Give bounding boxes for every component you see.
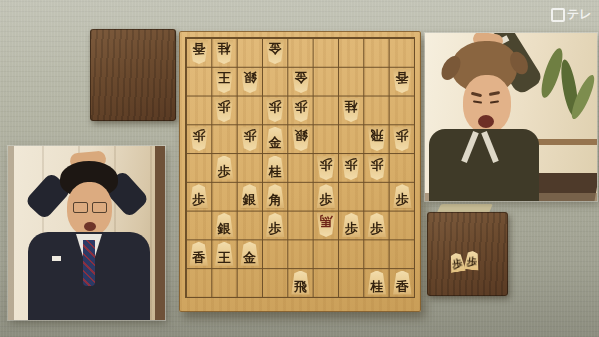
- piece-角-66-sente: 角: [265, 184, 285, 208]
- board-grid: 香桂金王銀金香歩歩歩桂歩歩金銀飛歩歩桂歩歩歩歩銀角歩歩銀歩馬歩歩香王金飛桂香: [185, 37, 415, 298]
- piece-桂-65-sente: 桂: [265, 156, 285, 180]
- tv-logo-icon: [551, 8, 565, 22]
- piece-飛-59-sente: 飛: [291, 271, 311, 295]
- piece-桂-29-sente: 桂: [367, 271, 387, 295]
- piece-香-91-gote: 香: [189, 40, 209, 64]
- piece-歩-67-sente: 歩: [265, 213, 285, 237]
- mouth-open: [478, 115, 494, 128]
- piece-歩-14-gote: 歩: [392, 127, 412, 151]
- piece-歩-16-sente: 歩: [392, 184, 412, 208]
- mouth-open: [84, 222, 96, 231]
- piece-金-64-sente: 金: [265, 127, 285, 151]
- piece-金-52-gote: 金: [291, 69, 311, 93]
- piece-歩-46-sente: 歩: [316, 184, 336, 208]
- piece-金-61-gote: 金: [265, 40, 285, 64]
- piece-歩-37-sente: 歩: [341, 213, 361, 237]
- shogi-board: 香桂金王銀金香歩歩歩桂歩歩金銀飛歩歩桂歩歩歩歩銀角歩歩銀歩馬歩歩香王金飛桂香: [179, 31, 421, 312]
- piece-桂-81-gote: 桂: [214, 40, 234, 64]
- striped-tie: [83, 240, 95, 286]
- piece-歩-96-sente: 歩: [189, 184, 209, 208]
- tv-station-watermark: テレ: [551, 6, 592, 23]
- watermark-text: テレ: [567, 6, 592, 23]
- piece-銀-72-gote: 銀: [240, 69, 260, 93]
- piece-歩-35-gote: 歩: [341, 156, 361, 180]
- piece-桂-33-gote: 桂: [341, 98, 361, 122]
- player-inset-right: [425, 33, 597, 201]
- piece-銀-54-gote: 銀: [291, 127, 311, 151]
- left-pillar: [8, 146, 14, 320]
- piece-金-78-sente: 金: [240, 242, 260, 266]
- piece-銀-87-sente: 銀: [214, 213, 234, 237]
- piece-歩-45-gote: 歩: [316, 156, 336, 180]
- piece-香-98-sente: 香: [189, 242, 209, 266]
- piece-馬-47-gote: 馬: [316, 213, 336, 237]
- broadcast-frame: 歩歩 香桂金王銀金香歩歩歩桂歩歩金銀飛歩歩桂歩歩歩歩銀角歩歩銀歩馬歩歩香王金飛桂…: [0, 0, 599, 337]
- gote-piece-stand: [90, 29, 176, 121]
- shelf: [537, 139, 597, 145]
- piece-歩-53-gote: 歩: [291, 98, 311, 122]
- piece-王-88-sente: 王: [214, 242, 234, 266]
- piece-歩-85-sente: 歩: [214, 156, 234, 180]
- piece-歩-27-sente: 歩: [367, 213, 387, 237]
- piece-銀-76-sente: 銀: [240, 184, 260, 208]
- glasses-right: [92, 202, 107, 213]
- piece-歩-25-gote: 歩: [367, 156, 387, 180]
- piece-歩-94-gote: 歩: [189, 127, 209, 151]
- piece-香-19-sente: 香: [392, 271, 412, 295]
- piece-歩-83-gote: 歩: [214, 98, 234, 122]
- piece-香-12-gote: 香: [392, 69, 412, 93]
- piece-王-82-gote: 王: [214, 69, 234, 93]
- player-inset-left: [8, 146, 165, 320]
- piece-歩-63-gote: 歩: [265, 98, 285, 122]
- glasses-left: [73, 202, 88, 213]
- pocket-square: [52, 256, 61, 261]
- right-pillar: [155, 146, 165, 320]
- piece-歩-74-gote: 歩: [240, 127, 260, 151]
- piece-飛-24-gote: 飛: [367, 127, 387, 151]
